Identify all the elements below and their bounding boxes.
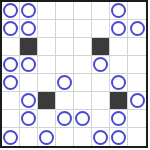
cell-r1c6-empty[interactable] [92,2,110,20]
cell-r4c3-empty[interactable] [38,56,56,74]
cell-r3c4-empty[interactable] [56,38,74,56]
cell-r8c7-circle[interactable] [110,128,128,146]
cell-r2c1-circle[interactable] [2,20,20,38]
cell-r5c1-circle[interactable] [2,74,20,92]
cell-r2c8-circle[interactable] [128,20,146,38]
cell-r6c5-empty[interactable] [74,92,92,110]
cell-r6c4-empty[interactable] [56,92,74,110]
circle-mark [93,57,108,72]
circle-mark [130,93,145,108]
circle-mark [21,57,36,72]
cell-r8c6-circle[interactable] [92,128,110,146]
cell-r5c2-empty[interactable] [20,74,38,92]
circle-mark [3,3,18,18]
cell-r3c5-empty[interactable] [74,38,92,56]
cell-r8c5-empty[interactable] [74,128,92,146]
circle-mark [39,130,54,145]
circle-mark [21,111,36,126]
cell-r2c5-empty[interactable] [74,20,92,38]
circle-mark [3,130,18,145]
circle-mark [21,21,36,36]
cell-r4c7-empty[interactable] [110,56,128,74]
circle-mark [111,21,126,36]
circle-mark [130,21,145,36]
cell-r1c2-circle[interactable] [20,2,38,20]
circle-mark [75,111,90,126]
circle-mark [21,93,36,108]
circle-mark [111,111,126,126]
cell-r3c1-empty[interactable] [2,38,20,56]
cell-r4c6-circle[interactable] [92,56,110,74]
cell-r6c1-empty[interactable] [2,92,20,110]
cell-r7c4-circle[interactable] [56,110,74,128]
circle-mark [3,75,18,90]
cell-r6c3-black[interactable] [38,92,56,110]
cell-r7c6-empty[interactable] [92,110,110,128]
cell-r1c7-circle[interactable] [110,2,128,20]
circle-mark [57,111,72,126]
cell-r2c4-empty[interactable] [56,20,74,38]
cell-r1c3-empty[interactable] [38,2,56,20]
cell-r1c8-empty[interactable] [128,2,146,20]
cell-r1c5-empty[interactable] [74,2,92,20]
cell-r3c2-black[interactable] [20,38,38,56]
puzzle-board [0,0,148,148]
circle-mark [57,75,72,90]
cell-r3c7-empty[interactable] [110,38,128,56]
circle-mark [111,75,126,90]
cell-r6c2-circle[interactable] [20,92,38,110]
cell-r7c2-circle[interactable] [20,110,38,128]
cell-r6c6-empty[interactable] [92,92,110,110]
cell-r2c3-empty[interactable] [38,20,56,38]
circle-mark [3,57,18,72]
cell-r3c8-empty[interactable] [128,38,146,56]
cell-r8c2-empty[interactable] [20,128,38,146]
circle-mark [3,21,18,36]
cell-r2c2-circle[interactable] [20,20,38,38]
cell-r7c5-circle[interactable] [74,110,92,128]
cell-r2c7-circle[interactable] [110,20,128,38]
cell-r2c6-empty[interactable] [92,20,110,38]
cell-r4c5-empty[interactable] [74,56,92,74]
cell-r8c4-empty[interactable] [56,128,74,146]
cell-r8c3-circle[interactable] [38,128,56,146]
circle-mark [93,130,108,145]
cell-r3c3-empty[interactable] [38,38,56,56]
circle-mark [111,130,126,145]
circle-mark [21,3,36,18]
cell-r7c7-circle[interactable] [110,110,128,128]
cell-r5c7-circle[interactable] [110,74,128,92]
cell-r4c1-circle[interactable] [2,56,20,74]
cell-r1c4-empty[interactable] [56,2,74,20]
cell-r7c1-empty[interactable] [2,110,20,128]
cell-r4c4-empty[interactable] [56,56,74,74]
cell-r7c8-empty[interactable] [128,110,146,128]
cell-r6c7-black[interactable] [110,92,128,110]
cell-r4c8-empty[interactable] [128,56,146,74]
cell-r5c8-empty[interactable] [128,74,146,92]
circle-mark [111,3,126,18]
cell-r1c1-circle[interactable] [2,2,20,20]
cell-r7c3-empty[interactable] [38,110,56,128]
cell-r3c6-black[interactable] [92,38,110,56]
cell-r5c5-empty[interactable] [74,74,92,92]
cell-r4c2-circle[interactable] [20,56,38,74]
cell-r5c6-empty[interactable] [92,74,110,92]
cell-r6c8-circle[interactable] [128,92,146,110]
cell-r8c8-empty[interactable] [128,128,146,146]
cell-r8c1-circle[interactable] [2,128,20,146]
cell-r5c3-empty[interactable] [38,74,56,92]
cell-r5c4-circle[interactable] [56,74,74,92]
